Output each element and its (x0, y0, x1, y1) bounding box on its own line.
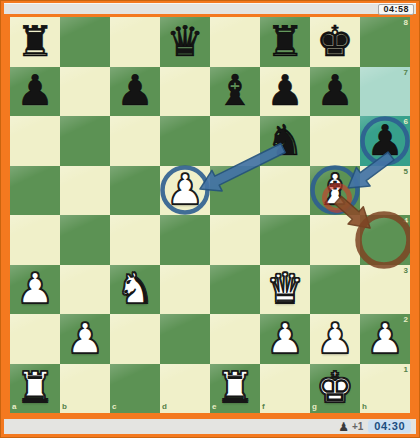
chess-board[interactable]: ♜♛♜♚8♟♟♝♟♟7♞♟6♟♝54♟♞♛3♟♟♟♟2♜abcd♜ef♚gh1 (10, 17, 410, 413)
square-g6[interactable] (310, 116, 360, 166)
captured-pawn-icon: ♟ (338, 421, 349, 433)
square-a8[interactable]: ♜ (10, 17, 60, 67)
square-f8[interactable]: ♜ (260, 17, 310, 67)
rank-label-1: 1 (404, 366, 408, 374)
square-d2[interactable] (160, 314, 210, 364)
square-d3[interactable] (160, 265, 210, 315)
square-a2[interactable] (10, 314, 60, 364)
file-label-f: f (262, 403, 265, 411)
file-label-c: c (112, 403, 116, 411)
square-c2[interactable] (110, 314, 160, 364)
file-label-g: g (312, 403, 317, 411)
piece-white-pawn[interactable]: ♟ (266, 318, 304, 360)
square-a4[interactable] (10, 215, 60, 265)
rank-label-2: 2 (404, 316, 408, 324)
square-a3[interactable]: ♟ (10, 265, 60, 315)
piece-black-king[interactable]: ♚ (316, 21, 354, 63)
square-h7[interactable]: 7 (360, 67, 410, 117)
white-clock-bar: ♟ +1 04:30 (4, 419, 416, 434)
square-d4[interactable] (160, 215, 210, 265)
white-clock-time: 04:30 (374, 420, 405, 432)
square-b4[interactable] (60, 215, 110, 265)
square-e4[interactable] (210, 215, 260, 265)
square-c1[interactable]: c (110, 364, 160, 414)
square-g4[interactable] (310, 215, 360, 265)
black-clock-time: 04:58 (383, 5, 409, 14)
square-d6[interactable] (160, 116, 210, 166)
square-h1[interactable]: h1 (360, 364, 410, 414)
rank-label-5: 5 (404, 168, 408, 176)
square-e1[interactable]: ♜e (210, 364, 260, 414)
piece-black-knight[interactable]: ♞ (266, 120, 304, 162)
piece-black-rook[interactable]: ♜ (266, 21, 304, 63)
piece-black-rook[interactable]: ♜ (16, 21, 54, 63)
square-e2[interactable] (210, 314, 260, 364)
square-h4[interactable]: 4 (360, 215, 410, 265)
piece-white-king[interactable]: ♚ (316, 367, 354, 409)
square-c7[interactable]: ♟ (110, 67, 160, 117)
piece-black-pawn[interactable]: ♟ (116, 70, 154, 112)
piece-white-queen[interactable]: ♛ (266, 268, 304, 310)
white-clock: 04:30 (368, 420, 411, 433)
square-c8[interactable] (110, 17, 160, 67)
square-h2[interactable]: ♟2 (360, 314, 410, 364)
file-label-e: e (212, 403, 216, 411)
square-c5[interactable] (110, 166, 160, 216)
square-c3[interactable]: ♞ (110, 265, 160, 315)
square-e3[interactable] (210, 265, 260, 315)
square-h8[interactable]: 8 (360, 17, 410, 67)
material-advantage: +1 (352, 421, 363, 432)
square-f7[interactable]: ♟ (260, 67, 310, 117)
piece-white-pawn[interactable]: ♟ (16, 268, 54, 310)
square-g8[interactable]: ♚ (310, 17, 360, 67)
file-label-d: d (162, 403, 167, 411)
piece-white-pawn[interactable]: ♟ (166, 169, 204, 211)
square-f4[interactable] (260, 215, 310, 265)
piece-white-pawn[interactable]: ♟ (366, 318, 404, 360)
square-b3[interactable] (60, 265, 110, 315)
piece-white-pawn[interactable]: ♟ (316, 318, 354, 360)
square-g2[interactable]: ♟ (310, 314, 360, 364)
square-h5[interactable]: 5 (360, 166, 410, 216)
square-d7[interactable] (160, 67, 210, 117)
rank-label-7: 7 (404, 69, 408, 77)
square-a6[interactable] (10, 116, 60, 166)
piece-white-pawn[interactable]: ♟ (66, 318, 104, 360)
piece-white-knight[interactable]: ♞ (116, 268, 154, 310)
square-f3[interactable]: ♛ (260, 265, 310, 315)
square-f5[interactable] (260, 166, 310, 216)
square-g5[interactable]: ♝ (310, 166, 360, 216)
square-g1[interactable]: ♚g (310, 364, 360, 414)
square-f1[interactable]: f (260, 364, 310, 414)
square-b8[interactable] (60, 17, 110, 67)
rank-label-8: 8 (404, 19, 408, 27)
chess-app-window: 04:58 ♜♛♜♚8♟♟♝♟♟7♞♟6♟♝54♟♞♛3♟♟♟♟2♜abcd♜e… (0, 0, 420, 438)
file-label-a: a (12, 403, 16, 411)
piece-black-pawn[interactable]: ♟ (16, 70, 54, 112)
square-e5[interactable] (210, 166, 260, 216)
square-h3[interactable]: 3 (360, 265, 410, 315)
piece-black-pawn[interactable]: ♟ (266, 70, 304, 112)
piece-black-bishop[interactable]: ♝ (216, 70, 254, 112)
piece-white-rook[interactable]: ♜ (216, 367, 254, 409)
square-h6[interactable]: ♟6 (360, 116, 410, 166)
square-a1[interactable]: ♜a (10, 364, 60, 414)
square-e7[interactable]: ♝ (210, 67, 260, 117)
square-f2[interactable]: ♟ (260, 314, 310, 364)
square-b2[interactable]: ♟ (60, 314, 110, 364)
square-b7[interactable] (60, 67, 110, 117)
square-e6[interactable] (210, 116, 260, 166)
square-d1[interactable]: d (160, 364, 210, 414)
square-a7[interactable]: ♟ (10, 67, 60, 117)
square-d5[interactable]: ♟ (160, 166, 210, 216)
square-g3[interactable] (310, 265, 360, 315)
square-a5[interactable] (10, 166, 60, 216)
square-b5[interactable] (60, 166, 110, 216)
piece-black-pawn[interactable]: ♟ (366, 120, 404, 162)
piece-black-queen[interactable]: ♛ (166, 21, 204, 63)
rank-label-6: 6 (404, 118, 408, 126)
file-label-b: b (62, 403, 67, 411)
square-b1[interactable]: b (60, 364, 110, 414)
file-label-h: h (362, 403, 367, 411)
black-clock: 04:58 (378, 4, 414, 15)
square-g7[interactable]: ♟ (310, 67, 360, 117)
square-f6[interactable]: ♞ (260, 116, 310, 166)
material-indicator: ♟ +1 (338, 421, 363, 433)
black-clock-bar: 04:58 (4, 3, 416, 14)
square-c6[interactable] (110, 116, 160, 166)
rank-label-4: 4 (404, 217, 408, 225)
piece-white-bishop[interactable]: ♝ (316, 169, 354, 211)
piece-black-pawn[interactable]: ♟ (316, 70, 354, 112)
square-d8[interactable]: ♛ (160, 17, 210, 67)
square-c4[interactable] (110, 215, 160, 265)
piece-white-rook[interactable]: ♜ (16, 367, 54, 409)
square-b6[interactable] (60, 116, 110, 166)
square-e8[interactable] (210, 17, 260, 67)
rank-label-3: 3 (404, 267, 408, 275)
